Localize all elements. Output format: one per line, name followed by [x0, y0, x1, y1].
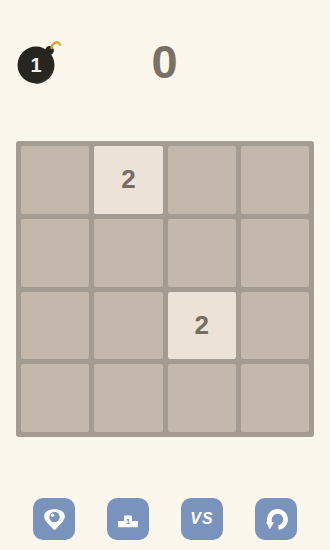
restart-arrow-icon	[263, 506, 290, 533]
versus-button[interactable]: VS	[181, 498, 223, 540]
tile-2-r1c2: 2	[94, 146, 162, 214]
bottom-toolbar: 1 VS	[0, 498, 330, 540]
podium-rank-label: 1	[126, 517, 131, 526]
score-value: 0	[0, 34, 330, 89]
empty-cell-r1c4	[241, 146, 309, 214]
empty-cell-r1c1	[21, 146, 89, 214]
game-board[interactable]: 22	[16, 141, 314, 437]
empty-cell-r2c1	[21, 219, 89, 287]
empty-cell-r1c3	[168, 146, 236, 214]
play-games-button[interactable]	[33, 498, 75, 540]
tile-value: 2	[121, 164, 135, 195]
empty-cell-r3c1	[21, 292, 89, 360]
tile-2-r3c3: 2	[168, 292, 236, 360]
empty-cell-r2c4	[241, 219, 309, 287]
restart-button[interactable]	[255, 498, 297, 540]
empty-cell-r3c4	[241, 292, 309, 360]
empty-cell-r4c3	[168, 364, 236, 432]
empty-cell-r2c3	[168, 219, 236, 287]
game-screen: 1 0 22 1 VS	[0, 0, 330, 550]
game-pick-icon	[41, 506, 68, 533]
empty-cell-r4c4	[241, 364, 309, 432]
vs-label: VS	[190, 510, 213, 528]
empty-cell-r2c2	[94, 219, 162, 287]
empty-cell-r3c2	[94, 292, 162, 360]
tile-value: 2	[194, 310, 208, 341]
podium-icon: 1	[115, 506, 141, 532]
empty-cell-r4c2	[94, 364, 162, 432]
leaderboard-button[interactable]: 1	[107, 498, 149, 540]
empty-cell-r4c1	[21, 364, 89, 432]
